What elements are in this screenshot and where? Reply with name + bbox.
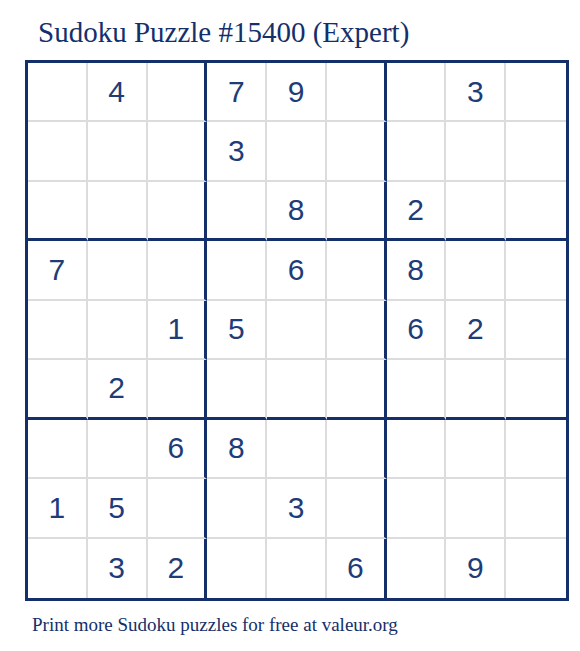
cell-r9c9[interactable] <box>506 539 566 598</box>
cell-r7c1[interactable] <box>28 420 88 479</box>
cell-r8c2[interactable]: 5 <box>88 479 148 538</box>
cell-r4c4[interactable] <box>207 241 267 300</box>
cell-r2c5[interactable] <box>267 122 327 181</box>
cell-r3c2[interactable] <box>88 182 148 241</box>
cell-r8c1[interactable]: 1 <box>28 479 88 538</box>
cell-r9c8[interactable]: 9 <box>446 539 506 598</box>
cell-r4c8[interactable] <box>446 241 506 300</box>
cell-r1c8[interactable]: 3 <box>446 63 506 122</box>
cell-r4c5[interactable]: 6 <box>267 241 327 300</box>
cell-r8c7[interactable] <box>387 479 447 538</box>
cell-r8c9[interactable] <box>506 479 566 538</box>
cell-r5c9[interactable] <box>506 301 566 360</box>
cell-r7c4[interactable]: 8 <box>207 420 267 479</box>
page-title: Sudoku Puzzle #15400 (Expert) <box>38 14 409 50</box>
cell-r4c3[interactable] <box>148 241 208 300</box>
cell-r1c6[interactable] <box>327 63 387 122</box>
cell-r2c9[interactable] <box>506 122 566 181</box>
cell-r4c2[interactable] <box>88 241 148 300</box>
cell-r7c2[interactable] <box>88 420 148 479</box>
cell-r9c6[interactable]: 6 <box>327 539 387 598</box>
cell-r5c4[interactable]: 5 <box>207 301 267 360</box>
cell-r6c1[interactable] <box>28 360 88 419</box>
cell-r2c2[interactable] <box>88 122 148 181</box>
cell-r6c5[interactable] <box>267 360 327 419</box>
cell-r7c9[interactable] <box>506 420 566 479</box>
cell-r2c4[interactable]: 3 <box>207 122 267 181</box>
cell-r5c8[interactable]: 2 <box>446 301 506 360</box>
cell-r3c5[interactable]: 8 <box>267 182 327 241</box>
cell-r7c6[interactable] <box>327 420 387 479</box>
cell-r1c5[interactable]: 9 <box>267 63 327 122</box>
cell-r1c3[interactable] <box>148 63 208 122</box>
cell-r9c2[interactable]: 3 <box>88 539 148 598</box>
cell-r5c2[interactable] <box>88 301 148 360</box>
sudoku-board: 479338276815622681533269 <box>25 60 569 601</box>
cell-r8c5[interactable]: 3 <box>267 479 327 538</box>
cell-r2c6[interactable] <box>327 122 387 181</box>
cell-r2c3[interactable] <box>148 122 208 181</box>
cell-r4c6[interactable] <box>327 241 387 300</box>
cell-r9c4[interactable] <box>207 539 267 598</box>
cell-r8c4[interactable] <box>207 479 267 538</box>
cell-r3c1[interactable] <box>28 182 88 241</box>
cell-r8c3[interactable] <box>148 479 208 538</box>
cell-r3c9[interactable] <box>506 182 566 241</box>
cell-r6c9[interactable] <box>506 360 566 419</box>
cell-r6c7[interactable] <box>387 360 447 419</box>
cell-r5c1[interactable] <box>28 301 88 360</box>
cell-r6c4[interactable] <box>207 360 267 419</box>
cell-r6c3[interactable] <box>148 360 208 419</box>
cell-r4c1[interactable]: 7 <box>28 241 88 300</box>
cell-r8c6[interactable] <box>327 479 387 538</box>
cell-r3c8[interactable] <box>446 182 506 241</box>
cell-r5c5[interactable] <box>267 301 327 360</box>
cell-r4c9[interactable] <box>506 241 566 300</box>
cell-r4c7[interactable]: 8 <box>387 241 447 300</box>
cell-r3c3[interactable] <box>148 182 208 241</box>
cell-r2c7[interactable] <box>387 122 447 181</box>
cell-r8c8[interactable] <box>446 479 506 538</box>
cell-r6c8[interactable] <box>446 360 506 419</box>
cell-r1c4[interactable]: 7 <box>207 63 267 122</box>
cell-r3c6[interactable] <box>327 182 387 241</box>
cell-r7c8[interactable] <box>446 420 506 479</box>
cell-r3c4[interactable] <box>207 182 267 241</box>
cell-r9c1[interactable] <box>28 539 88 598</box>
cell-r1c2[interactable]: 4 <box>88 63 148 122</box>
cell-r5c6[interactable] <box>327 301 387 360</box>
cell-r7c5[interactable] <box>267 420 327 479</box>
cell-r9c3[interactable]: 2 <box>148 539 208 598</box>
cell-r6c6[interactable] <box>327 360 387 419</box>
cell-r1c1[interactable] <box>28 63 88 122</box>
cell-r2c8[interactable] <box>446 122 506 181</box>
cell-r5c3[interactable]: 1 <box>148 301 208 360</box>
cell-r1c7[interactable] <box>387 63 447 122</box>
cell-r3c7[interactable]: 2 <box>387 182 447 241</box>
cell-r7c7[interactable] <box>387 420 447 479</box>
cell-r9c7[interactable] <box>387 539 447 598</box>
cell-r2c1[interactable] <box>28 122 88 181</box>
cell-r1c9[interactable] <box>506 63 566 122</box>
cell-r5c7[interactable]: 6 <box>387 301 447 360</box>
cell-r6c2[interactable]: 2 <box>88 360 148 419</box>
cell-r7c3[interactable]: 6 <box>148 420 208 479</box>
footer-text: Print more Sudoku puzzles for free at va… <box>32 612 398 638</box>
cell-r9c5[interactable] <box>267 539 327 598</box>
